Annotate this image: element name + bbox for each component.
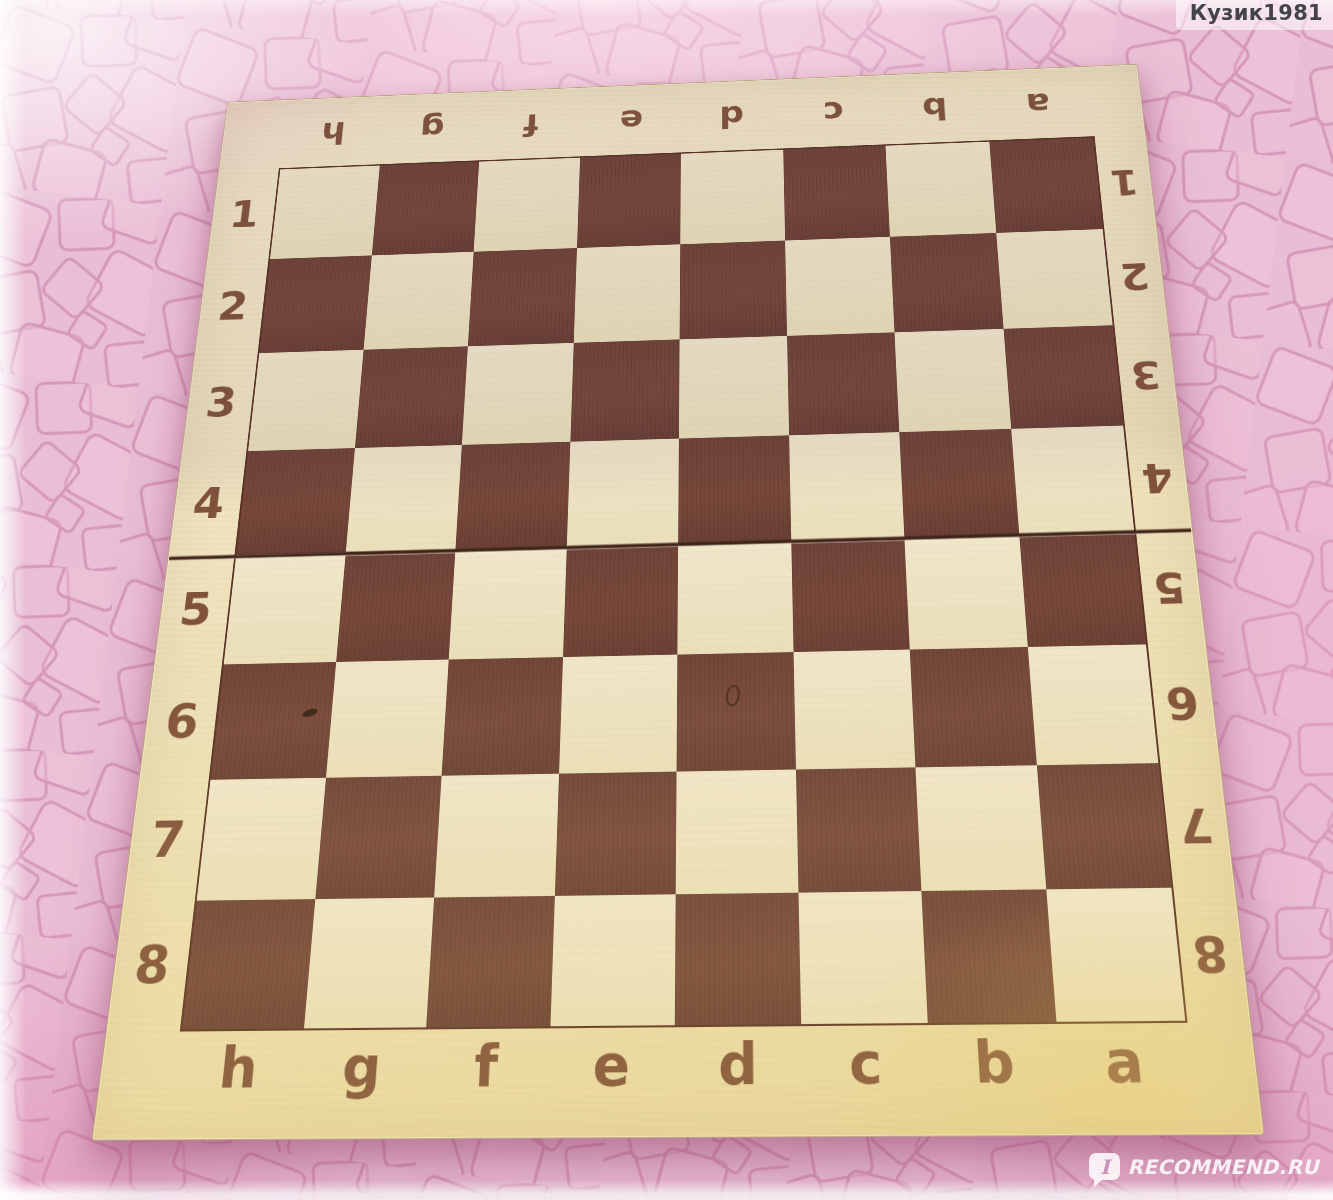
- speech-bubble-i-icon: I: [1089, 1153, 1120, 1180]
- square-h5: [224, 552, 346, 664]
- square-h6: [211, 662, 336, 780]
- square-b6: [910, 647, 1037, 767]
- file-bottom-label-e: e: [548, 1036, 675, 1095]
- square-f4: [455, 442, 570, 549]
- rank-left-label-4: 4: [169, 451, 248, 556]
- watermark: Кузик1981: [1176, 0, 1333, 30]
- square-g4: [345, 445, 461, 552]
- square-a3: [1003, 325, 1123, 429]
- square-a6: [1027, 644, 1158, 765]
- square-g5: [336, 549, 456, 661]
- file-top-label-g: g: [379, 92, 483, 166]
- square-d1: [680, 150, 784, 244]
- square-a7: [1036, 763, 1171, 890]
- file-labels-bottom: hgfedcba: [169, 1021, 1197, 1140]
- rank-left-label-6: 6: [139, 664, 223, 780]
- file-top-label-d: d: [681, 79, 783, 153]
- square-b2: [890, 233, 1003, 332]
- square-c1: [783, 146, 890, 241]
- square-f8: [426, 896, 554, 1027]
- square-e4: [566, 439, 679, 547]
- file-bottom-label-c: c: [801, 1033, 931, 1093]
- rank-left-label-2: 2: [195, 259, 270, 355]
- recommend-logo-text: RECOMMEND.RU: [1127, 1155, 1319, 1179]
- file-top-label-f: f: [479, 88, 582, 162]
- square-g8: [304, 898, 435, 1029]
- square-h8: [182, 899, 315, 1029]
- chess-board: hgfedcba 12345678 12345678 hgfedcba: [91, 64, 1264, 1141]
- file-top-label-a: a: [984, 67, 1094, 142]
- square-d3: [679, 336, 789, 439]
- square-g3: [355, 346, 468, 448]
- square-e8: [550, 895, 676, 1027]
- square-d8: [675, 893, 801, 1025]
- board-wood-frame: hgfedcba 12345678 12345678 hgfedcba: [91, 64, 1264, 1141]
- square-h7: [197, 777, 326, 901]
- square-f3: [462, 342, 574, 445]
- square-a2: [996, 229, 1113, 329]
- file-bottom-label-a: a: [1057, 1031, 1193, 1091]
- square-f5: [449, 547, 567, 660]
- square-a8: [1046, 888, 1185, 1022]
- square-e1: [577, 154, 681, 248]
- photo-scene: hgfedcba 12345678 12345678 hgfedcba Кузи…: [0, 0, 1333, 1200]
- square-h1: [270, 166, 379, 259]
- rank-left-label-1: 1: [207, 169, 280, 261]
- square-f6: [442, 657, 563, 775]
- square-e2: [573, 244, 680, 342]
- square-h3: [248, 349, 363, 451]
- rank-right-label-5: 5: [1134, 531, 1205, 645]
- file-bottom-label-d: d: [674, 1034, 802, 1094]
- square-c7: [796, 767, 922, 893]
- square-e3: [570, 339, 680, 442]
- recommend-logo: I RECOMMEND.RU: [1089, 1153, 1319, 1180]
- square-d4: [678, 436, 791, 544]
- square-b3: [894, 328, 1010, 432]
- square-g6: [326, 659, 449, 777]
- square-g1: [371, 162, 479, 256]
- rank-right-label-1: 1: [1093, 136, 1156, 229]
- square-f1: [474, 158, 580, 252]
- square-e7: [554, 771, 676, 896]
- file-bottom-label-f: f: [422, 1037, 550, 1096]
- file-bottom-label-b: b: [928, 1032, 1061, 1092]
- square-h2: [259, 255, 371, 353]
- square-h4: [236, 448, 354, 555]
- square-d6: [677, 652, 796, 771]
- square-a5: [1019, 532, 1146, 647]
- rank-left-label-5: 5: [154, 555, 236, 666]
- square-c5: [791, 538, 910, 652]
- rank-left-label-3: 3: [182, 353, 259, 454]
- square-e6: [559, 654, 678, 773]
- square-b8: [921, 890, 1056, 1023]
- square-c4: [789, 432, 905, 541]
- file-top-label-b: b: [882, 71, 989, 146]
- square-c8: [798, 891, 928, 1024]
- file-top-label-h: h: [280, 96, 385, 170]
- square-c3: [787, 332, 900, 436]
- square-a4: [1011, 426, 1134, 535]
- square-d5: [677, 541, 793, 655]
- square-a1: [989, 138, 1103, 233]
- board-grid: [182, 138, 1185, 1030]
- file-bottom-label-g: g: [298, 1038, 426, 1097]
- square-e5: [563, 544, 679, 657]
- square-c2: [785, 237, 895, 336]
- rank-right-label-2: 2: [1103, 227, 1168, 325]
- square-b4: [899, 429, 1019, 538]
- square-b1: [886, 142, 996, 237]
- square-b7: [915, 765, 1045, 891]
- square-d2: [680, 240, 787, 339]
- rank-right-label-3: 3: [1113, 323, 1180, 426]
- square-b5: [904, 535, 1027, 649]
- square-c6: [793, 649, 915, 769]
- rank-right-label-6: 6: [1146, 643, 1219, 763]
- file-top-label-c: c: [781, 75, 885, 150]
- rank-right-label-4: 4: [1123, 424, 1192, 532]
- rank-left-label-7: 7: [123, 779, 210, 902]
- square-g2: [363, 252, 473, 350]
- square-f2: [468, 248, 577, 346]
- square-f7: [434, 773, 558, 898]
- square-d7: [676, 769, 798, 895]
- file-bottom-label-h: h: [174, 1039, 302, 1098]
- file-top-label-e: e: [580, 84, 682, 158]
- square-g7: [315, 775, 442, 899]
